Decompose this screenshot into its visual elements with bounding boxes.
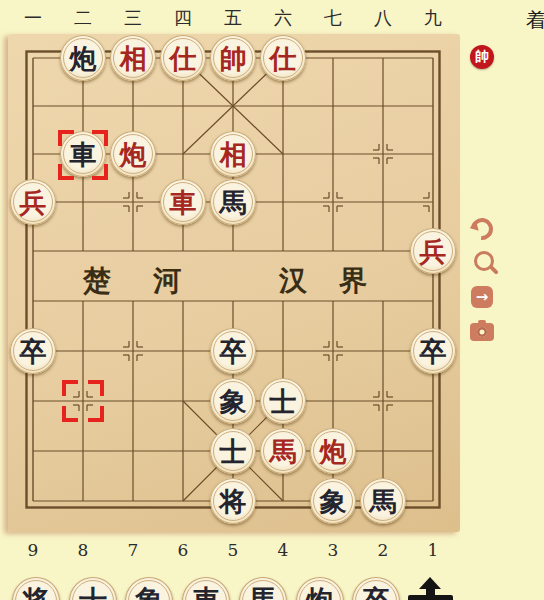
tray-piece-6[interactable]: 卒 bbox=[352, 577, 400, 600]
forward-icon[interactable]: → bbox=[468, 283, 496, 311]
piece-glyph: 馬 bbox=[220, 189, 247, 216]
move-list-title: 着 bbox=[526, 7, 544, 34]
file-label-top: 一 bbox=[8, 6, 58, 30]
file-labels-bottom: 987654321 bbox=[8, 540, 458, 560]
up-arrow-icon[interactable] bbox=[408, 577, 454, 600]
file-label-bottom: 8 bbox=[58, 540, 108, 560]
pieces-layer: 炮相仕帥仕車炮相兵車馬兵卒卒卒象士士馬炮将象馬 bbox=[8, 34, 458, 526]
file-label-bottom: 2 bbox=[358, 540, 408, 560]
tray-piece-2[interactable]: 象 bbox=[125, 577, 173, 600]
tray-piece-1[interactable]: 士 bbox=[69, 577, 117, 600]
piece-red-cannon[interactable]: 炮 bbox=[110, 131, 156, 177]
file-label-top: 三 bbox=[108, 6, 158, 30]
piece-glyph: 炮 bbox=[70, 45, 97, 72]
file-label-top: 九 bbox=[408, 6, 458, 30]
file-label-top: 二 bbox=[58, 6, 108, 30]
piece-glyph: 士 bbox=[270, 388, 297, 415]
file-label-top: 八 bbox=[358, 6, 408, 30]
file-label-top: 四 bbox=[158, 6, 208, 30]
file-label-top: 五 bbox=[208, 6, 258, 30]
board[interactable]: 楚河 汉界 炮相仕帥仕車炮相兵車馬兵卒卒卒象士士馬炮将象馬 bbox=[8, 34, 460, 532]
piece-black-knight[interactable]: 馬 bbox=[360, 478, 406, 524]
piece-glyph: 相 bbox=[220, 141, 247, 168]
piece-red-pawn[interactable]: 兵 bbox=[10, 179, 56, 225]
tray-piece-4[interactable]: 馬 bbox=[239, 577, 287, 600]
piece-glyph: 将 bbox=[22, 587, 50, 600]
piece-black-king[interactable]: 将 bbox=[210, 478, 256, 524]
tray-piece-5[interactable]: 炮 bbox=[296, 577, 344, 600]
piece-black-pawn[interactable]: 卒 bbox=[210, 328, 256, 374]
piece-glyph: 仕 bbox=[270, 45, 297, 72]
black-piece-tray: 将士象車馬炮卒 bbox=[0, 577, 544, 600]
piece-glyph: 士 bbox=[220, 438, 247, 465]
piece-glyph: 象 bbox=[220, 388, 247, 415]
piece-glyph: 帥 bbox=[220, 45, 247, 72]
piece-red-rook[interactable]: 車 bbox=[160, 179, 206, 225]
piece-glyph: 卒 bbox=[420, 338, 447, 365]
piece-red-elephant[interactable]: 相 bbox=[210, 131, 256, 177]
piece-red-pawn[interactable]: 兵 bbox=[410, 228, 456, 274]
piece-black-pawn[interactable]: 卒 bbox=[10, 328, 56, 374]
file-label-bottom: 5 bbox=[208, 540, 258, 560]
piece-glyph: 炮 bbox=[306, 587, 334, 600]
piece-black-advisor[interactable]: 士 bbox=[260, 378, 306, 424]
piece-red-advisor[interactable]: 仕 bbox=[160, 35, 206, 81]
piece-glyph: 卒 bbox=[220, 338, 247, 365]
piece-black-rook[interactable]: 車 bbox=[60, 131, 106, 177]
piece-glyph: 兵 bbox=[420, 238, 447, 265]
file-label-bottom: 6 bbox=[158, 540, 208, 560]
piece-black-knight[interactable]: 馬 bbox=[210, 179, 256, 225]
file-label-bottom: 1 bbox=[408, 540, 458, 560]
piece-glyph: 相 bbox=[120, 45, 147, 72]
piece-red-elephant[interactable]: 相 bbox=[110, 35, 156, 81]
piece-red-king[interactable]: 帥 bbox=[210, 35, 256, 81]
zoom-icon[interactable] bbox=[468, 249, 496, 277]
piece-red-knight[interactable]: 馬 bbox=[260, 428, 306, 474]
piece-glyph: 馬 bbox=[370, 488, 397, 515]
file-label-bottom: 3 bbox=[308, 540, 358, 560]
piece-glyph: 馬 bbox=[270, 438, 297, 465]
undo-icon[interactable] bbox=[468, 215, 496, 243]
piece-black-elephant[interactable]: 象 bbox=[310, 478, 356, 524]
forward-arrow-glyph: → bbox=[471, 286, 493, 308]
turn-indicator-badge: 帥 bbox=[470, 45, 494, 69]
piece-glyph: 馬 bbox=[249, 587, 277, 600]
tray-piece-0[interactable]: 将 bbox=[12, 577, 60, 600]
piece-glyph: 炮 bbox=[120, 141, 147, 168]
file-label-top: 六 bbox=[258, 6, 308, 30]
xiangqi-app: 一二三四五六七八九 着 楚河 汉界 炮相仕帥仕車炮相兵車馬兵卒卒卒象士士馬炮将象… bbox=[0, 0, 544, 600]
piece-glyph: 車 bbox=[192, 587, 220, 600]
last-move-marker bbox=[62, 380, 104, 422]
piece-glyph: 士 bbox=[79, 587, 107, 600]
file-label-bottom: 4 bbox=[258, 540, 308, 560]
file-label-bottom: 7 bbox=[108, 540, 158, 560]
piece-glyph: 卒 bbox=[362, 587, 390, 600]
piece-glyph: 象 bbox=[135, 587, 163, 600]
piece-red-cannon[interactable]: 炮 bbox=[310, 428, 356, 474]
piece-black-advisor[interactable]: 士 bbox=[210, 428, 256, 474]
piece-red-advisor[interactable]: 仕 bbox=[260, 35, 306, 81]
piece-black-pawn[interactable]: 卒 bbox=[410, 328, 456, 374]
piece-black-elephant[interactable]: 象 bbox=[210, 378, 256, 424]
piece-glyph: 車 bbox=[70, 141, 97, 168]
tray-piece-3[interactable]: 車 bbox=[182, 577, 230, 600]
piece-glyph: 兵 bbox=[20, 189, 47, 216]
camera-icon[interactable] bbox=[468, 318, 496, 346]
piece-glyph: 象 bbox=[320, 488, 347, 515]
file-label-top: 七 bbox=[308, 6, 358, 30]
piece-black-cannon[interactable]: 炮 bbox=[60, 35, 106, 81]
piece-glyph: 将 bbox=[220, 488, 247, 515]
file-label-bottom: 9 bbox=[8, 540, 58, 560]
piece-glyph: 卒 bbox=[20, 338, 47, 365]
piece-glyph: 仕 bbox=[170, 45, 197, 72]
file-labels-top: 一二三四五六七八九 bbox=[8, 6, 458, 30]
piece-glyph: 炮 bbox=[320, 438, 347, 465]
piece-glyph: 車 bbox=[170, 189, 197, 216]
